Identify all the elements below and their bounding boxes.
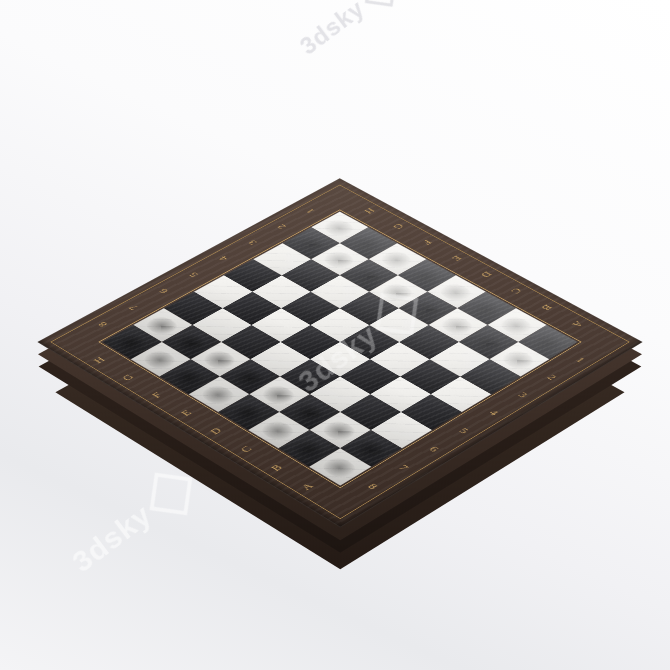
square-c4 (370, 342, 430, 377)
square-b2: ♟ (459, 325, 518, 359)
piece-glyph: ♝ (461, 240, 507, 313)
chess-set-render: HGFEDCBA 12345678 HGFEDCBA 12345678 ♜♞♝♚… (0, 0, 670, 670)
piece-contact-shadow (166, 364, 211, 391)
rank-label-8: 8 (72, 307, 134, 342)
piece-contact-shadow (404, 296, 449, 321)
piece-contact-shadow (495, 347, 541, 373)
square-a1: ♜ (518, 325, 577, 359)
piece-glyph: ♜ (109, 283, 149, 347)
piece-contact-shadow (139, 313, 184, 339)
piece-glyph: ♜ (525, 283, 565, 347)
piece-contact-shadow (315, 453, 362, 481)
piece-contact-shadow (254, 417, 300, 445)
piece-contact-shadow (493, 313, 538, 339)
piece-contact-shadow (433, 280, 478, 305)
board-scene: HGFEDCBA 12345678 HGFEDCBA 12345678 ♜♞♝♚… (0, 0, 670, 670)
piece-contact-shadow (434, 313, 479, 339)
